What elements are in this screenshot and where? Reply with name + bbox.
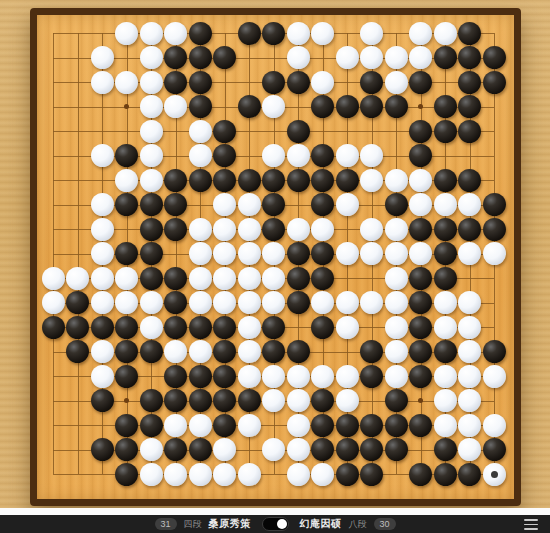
black-stone [164,438,187,461]
black-stone [385,389,408,412]
black-stone [164,316,187,339]
white-stone [262,95,285,118]
toggle-knob-icon [277,519,287,529]
black-stone [115,193,138,216]
black-stone [115,438,138,461]
black-stone [262,71,285,94]
black-stone [483,438,506,461]
black-stone [189,71,212,94]
white-stone [262,389,285,412]
black-stone [115,242,138,265]
white-stone [238,193,261,216]
black-stone [458,218,481,241]
black-stone [458,169,481,192]
black-stone [360,365,383,388]
black-stone [213,144,236,167]
white-stone [115,71,138,94]
white-stone [262,242,285,265]
white-stone [458,340,481,363]
black-stone [385,414,408,437]
white-stone [336,316,359,339]
black-stone [409,291,432,314]
white-stone [458,193,481,216]
white-stone [140,120,163,143]
white-stone [336,389,359,412]
black-stone [483,46,506,69]
white-stone [311,365,334,388]
white-stone [189,414,212,437]
white-stone [189,242,212,265]
black-stone [115,414,138,437]
black-stone [409,365,432,388]
white-stone [213,242,236,265]
white-stone [434,193,457,216]
black-stone [409,71,432,94]
star-point [124,104,129,109]
black-stone [42,316,65,339]
black-stone [164,193,187,216]
white-stone [311,291,334,314]
black-stone [360,438,383,461]
white-stone [287,389,310,412]
white-stone [140,71,163,94]
black-stone [311,242,334,265]
white-stone [189,120,212,143]
black-stone [164,389,187,412]
black-stone [311,438,334,461]
black-stone [238,389,261,412]
white-player-name: 幻庵因硕 [300,517,342,531]
white-stone [336,365,359,388]
black-stone [164,291,187,314]
black-stone [66,291,89,314]
white-captures-badge: 30 [374,518,396,530]
black-stone [287,71,310,94]
black-stone [140,242,163,265]
black-stone [336,414,359,437]
black-stone [483,71,506,94]
black-stone [213,340,236,363]
black-stone [213,120,236,143]
white-stone [238,267,261,290]
black-captures-badge: 31 [155,518,177,530]
white-stone [164,22,187,45]
black-stone [189,365,212,388]
white-stone [115,267,138,290]
white-stone [287,438,310,461]
white-stone [434,414,457,437]
black-stone [458,120,481,143]
white-stone [91,267,114,290]
white-stone [140,144,163,167]
star-point [418,104,423,109]
black-stone [483,340,506,363]
white-stone [91,193,114,216]
black-stone [238,22,261,45]
black-stone [287,291,310,314]
black-stone [434,340,457,363]
white-stone [409,46,432,69]
black-stone [336,95,359,118]
white-stone [287,144,310,167]
black-stone [262,218,285,241]
black-stone [409,340,432,363]
black-stone [311,414,334,437]
black-stone [262,22,285,45]
last-move-marker [491,471,498,478]
black-stone [213,169,236,192]
white-stone [458,291,481,314]
turn-toggle[interactable] [262,517,289,531]
white-stone [262,365,285,388]
black-stone [287,267,310,290]
black-stone [287,242,310,265]
black-stone [262,316,285,339]
black-stone [385,95,408,118]
white-stone [91,46,114,69]
white-stone [458,365,481,388]
black-stone [189,389,212,412]
black-stone [360,340,383,363]
white-stone [115,169,138,192]
white-stone [385,267,408,290]
black-stone [115,316,138,339]
white-stone [385,340,408,363]
white-stone [385,365,408,388]
black-stone [164,46,187,69]
black-stone [91,316,114,339]
black-stone [287,340,310,363]
black-stone [458,71,481,94]
white-stone [409,193,432,216]
white-stone [238,291,261,314]
white-stone [483,242,506,265]
black-stone [91,389,114,412]
white-stone [385,46,408,69]
black-player-name: 桑原秀策 [209,517,251,531]
white-stone [262,267,285,290]
white-stone [189,267,212,290]
black-stone [434,438,457,461]
white-stone [336,242,359,265]
black-stone [140,414,163,437]
black-stone [385,438,408,461]
black-stone [311,267,334,290]
white-stone [434,316,457,339]
white-stone [91,340,114,363]
black-stone [213,414,236,437]
black-stone [434,463,457,486]
black-stone [164,365,187,388]
white-stone [287,22,310,45]
black-stone [213,46,236,69]
white-stone [434,22,457,45]
black-stone [164,169,187,192]
white-stone [311,463,334,486]
black-stone [115,463,138,486]
white-stone [213,193,236,216]
white-stone [238,365,261,388]
white-stone [385,291,408,314]
white-stone [458,438,481,461]
black-stone [140,193,163,216]
white-stone [287,46,310,69]
white-stone [287,463,310,486]
white-stone [238,340,261,363]
white-stone [189,291,212,314]
black-stone [409,316,432,339]
white-stone [336,291,359,314]
white-stone [262,291,285,314]
white-stone [336,193,359,216]
white-stone [360,22,383,45]
black-stone [311,169,334,192]
white-stone [360,144,383,167]
black-player-rank: 四段 [184,518,202,531]
white-stone [238,316,261,339]
white-stone [42,267,65,290]
white-stone [458,316,481,339]
white-player-rank: 八段 [349,518,367,531]
black-stone [189,169,212,192]
white-stone [115,22,138,45]
white-stone [434,291,457,314]
black-stone [434,120,457,143]
black-stone [115,340,138,363]
star-point [418,398,423,403]
black-stone [458,95,481,118]
black-stone [115,365,138,388]
black-stone [409,120,432,143]
white-stone [311,22,334,45]
white-stone [360,242,383,265]
black-stone [164,218,187,241]
white-stone [360,169,383,192]
black-stone [140,389,163,412]
black-stone [213,316,236,339]
black-stone [66,316,89,339]
black-stone [434,267,457,290]
black-stone [140,340,163,363]
white-stone [91,218,114,241]
white-stone [287,218,310,241]
black-stone [360,463,383,486]
black-stone [434,46,457,69]
black-stone [336,438,359,461]
white-stone [213,218,236,241]
black-stone [164,71,187,94]
black-stone [434,242,457,265]
black-stone [458,22,481,45]
white-stone [409,242,432,265]
white-stone [238,218,261,241]
white-stone [434,365,457,388]
white-stone [140,22,163,45]
goban[interactable] [30,8,521,506]
black-stone [189,46,212,69]
black-stone [385,193,408,216]
white-stone [458,242,481,265]
black-stone [66,340,89,363]
white-stone [213,267,236,290]
white-stone [385,218,408,241]
black-stone [311,389,334,412]
white-stone [483,414,506,437]
white-stone [458,414,481,437]
white-stone [91,242,114,265]
black-stone [336,169,359,192]
black-stone [238,95,261,118]
black-stone [409,218,432,241]
white-stone [336,46,359,69]
white-stone [238,414,261,437]
black-stone [434,95,457,118]
white-stone [91,144,114,167]
black-stone [262,340,285,363]
black-stone [458,463,481,486]
white-stone [434,389,457,412]
black-stone [164,267,187,290]
black-stone [91,438,114,461]
white-stone [91,71,114,94]
black-stone [409,267,432,290]
white-stone [262,438,285,461]
white-stone [164,340,187,363]
black-stone [360,414,383,437]
black-stone [483,193,506,216]
black-stone [409,463,432,486]
black-stone [140,218,163,241]
white-stone [213,463,236,486]
black-stone [409,414,432,437]
white-stone [409,22,432,45]
black-stone [434,218,457,241]
white-stone [91,365,114,388]
black-stone [189,316,212,339]
white-stone [287,365,310,388]
black-stone [238,169,261,192]
black-stone [287,169,310,192]
white-stone [262,144,285,167]
black-stone [409,144,432,167]
white-stone [164,463,187,486]
white-stone [189,340,212,363]
white-stone [287,414,310,437]
white-stone [42,291,65,314]
black-stone [189,22,212,45]
white-stone [483,463,506,486]
white-stone [140,316,163,339]
black-stone [189,438,212,461]
black-stone [213,365,236,388]
white-stone [115,291,138,314]
black-stone [336,463,359,486]
white-stone [189,463,212,486]
white-stone [140,463,163,486]
black-stone [360,95,383,118]
black-stone [262,193,285,216]
white-stone [189,144,212,167]
black-stone [311,316,334,339]
white-stone [213,438,236,461]
white-stone [360,291,383,314]
white-stone [360,46,383,69]
black-stone [311,144,334,167]
white-stone [311,71,334,94]
black-stone [311,95,334,118]
white-stone [311,218,334,241]
white-stone [140,95,163,118]
hamburger-menu-icon[interactable] [524,519,538,530]
white-stone [164,95,187,118]
white-stone [66,267,89,290]
black-stone [360,71,383,94]
black-stone [458,46,481,69]
white-stone [458,389,481,412]
white-stone [385,169,408,192]
white-stone [385,242,408,265]
black-stone [189,95,212,118]
white-stone [483,365,506,388]
white-stone [140,438,163,461]
black-stone [483,218,506,241]
black-stone [140,267,163,290]
white-stone [140,291,163,314]
white-stone [91,291,114,314]
white-stone [360,218,383,241]
white-stone [213,291,236,314]
black-stone [311,193,334,216]
white-stone [238,242,261,265]
black-stone [434,169,457,192]
white-stone [164,414,187,437]
white-stone [238,463,261,486]
white-stone [140,169,163,192]
white-stone [409,169,432,192]
star-point [124,398,129,403]
bottom-bar: 31 四段 桑原秀策 幻庵因硕 八段 30 [0,515,550,533]
white-stone [385,71,408,94]
black-stone [115,144,138,167]
white-stone [140,46,163,69]
white-stone [189,218,212,241]
black-stone [262,169,285,192]
white-stone [336,144,359,167]
page-gap-strip [0,508,550,515]
black-stone [287,120,310,143]
white-stone [385,316,408,339]
black-stone [213,389,236,412]
